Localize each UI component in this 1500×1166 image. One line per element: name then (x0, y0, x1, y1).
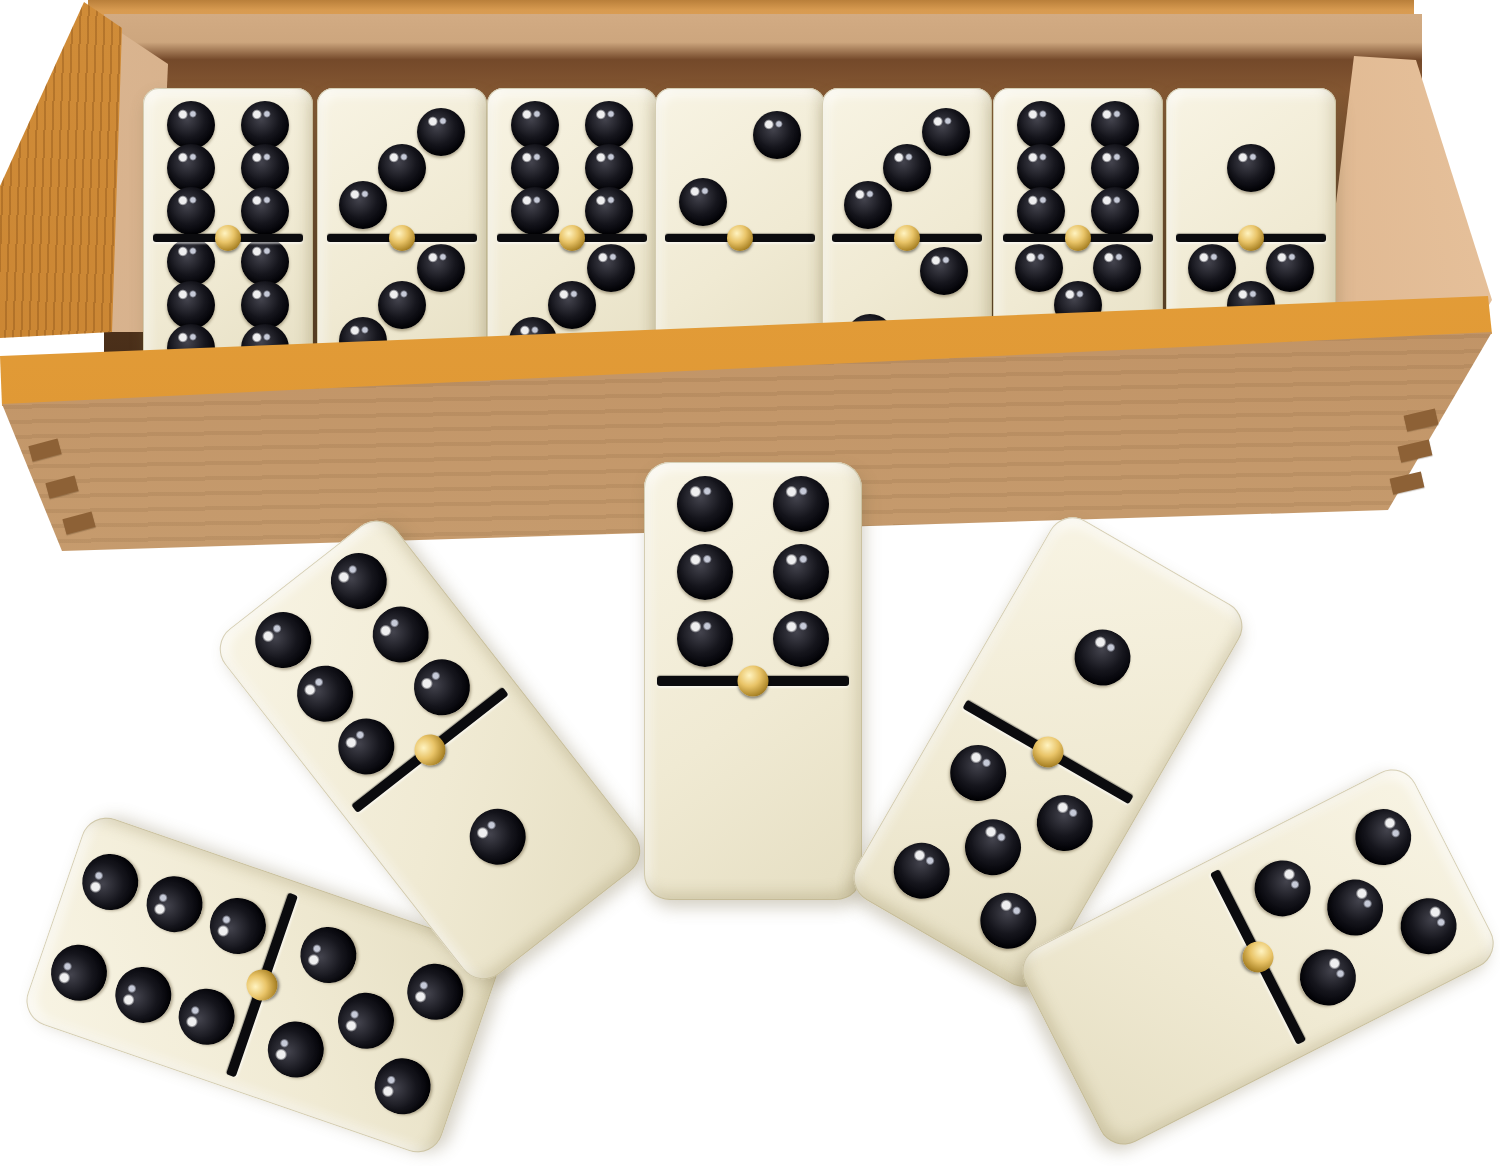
spinner-pin (738, 666, 769, 697)
domino-3-2[interactable] (822, 88, 992, 388)
pip (339, 317, 387, 365)
pip (940, 734, 1016, 810)
domino-2-0[interactable] (655, 88, 825, 388)
pip (1346, 799, 1421, 874)
pip (361, 595, 440, 674)
pip (167, 238, 215, 286)
pip (107, 959, 178, 1030)
pip (1244, 851, 1319, 926)
spinner-pin (559, 225, 585, 251)
pip (241, 187, 289, 235)
pip (167, 324, 215, 372)
pip (1017, 101, 1065, 149)
pip (203, 891, 274, 962)
pip (167, 101, 215, 149)
domino-half-bottom (1166, 238, 1336, 388)
domino-set-photo (0, 0, 1500, 1166)
pip (509, 317, 557, 365)
pip (773, 476, 829, 532)
pip (585, 187, 633, 235)
pip (511, 144, 559, 192)
pip (585, 144, 633, 192)
pip (339, 181, 387, 229)
pip (677, 544, 733, 600)
pip (773, 611, 829, 667)
pip (1093, 244, 1141, 292)
pip (244, 600, 323, 679)
pip (511, 101, 559, 149)
pip (241, 281, 289, 329)
domino-6-0[interactable] (644, 462, 862, 900)
pip (1027, 784, 1103, 860)
pip (1093, 317, 1141, 365)
spinner-pin (1065, 225, 1091, 251)
pip (378, 144, 426, 192)
pip (167, 187, 215, 235)
pip (319, 541, 398, 620)
pip (1015, 244, 1063, 292)
pip (138, 868, 209, 939)
pip (846, 314, 894, 362)
domino-1-5[interactable] (1166, 88, 1336, 388)
box-joint (62, 511, 95, 534)
domino-half-bottom (143, 238, 313, 388)
domino-half-top (644, 462, 862, 681)
pip (922, 108, 970, 156)
pip (548, 281, 596, 329)
pip (1015, 317, 1063, 365)
pip (1054, 281, 1102, 329)
pip (241, 238, 289, 286)
pip (292, 919, 363, 990)
pip (677, 611, 733, 667)
pip (587, 244, 635, 292)
pip (241, 144, 289, 192)
box-joint (28, 438, 61, 461)
pip (955, 809, 1031, 885)
spinner-pin (727, 225, 753, 251)
pip (677, 476, 733, 532)
spinner-pin (1238, 225, 1264, 251)
box-joint (1390, 472, 1425, 495)
domino-half-bottom (822, 238, 992, 388)
pip (43, 937, 114, 1008)
pip (1017, 187, 1065, 235)
pip (1065, 619, 1141, 695)
pip (241, 101, 289, 149)
pip (1091, 187, 1139, 235)
pip (511, 187, 559, 235)
pip (1290, 940, 1365, 1015)
pip (167, 144, 215, 192)
pip (367, 1051, 438, 1122)
domino-half-top (143, 88, 313, 238)
domino-3-3[interactable] (317, 88, 487, 388)
pip (1227, 281, 1275, 329)
pip (1227, 144, 1275, 192)
pip (585, 101, 633, 149)
domino-half-bottom (655, 238, 825, 388)
pip (679, 178, 727, 226)
spinner-pin (894, 225, 920, 251)
pip (883, 833, 959, 909)
domino-half-top (317, 88, 487, 238)
pip (241, 324, 289, 372)
pip (417, 108, 465, 156)
pip (844, 181, 892, 229)
box-joint (1404, 409, 1439, 432)
domino-half-bottom (487, 238, 657, 388)
domino-half-top (822, 88, 992, 238)
pip (330, 985, 401, 1056)
pip (378, 281, 426, 329)
domino-half-bottom (993, 238, 1163, 388)
pip (1318, 870, 1393, 945)
domino-half-top (1166, 88, 1336, 238)
domino-half-top (655, 88, 825, 238)
domino-half-bottom (644, 681, 862, 900)
pip (285, 654, 364, 733)
pip (167, 281, 215, 329)
pip (417, 244, 465, 292)
pip (1091, 101, 1139, 149)
pip (1017, 144, 1065, 192)
spinner-pin (215, 225, 241, 251)
pip (1091, 144, 1139, 192)
pip (1188, 244, 1236, 292)
box-joint (1398, 440, 1433, 463)
domino-half-top (993, 88, 1163, 238)
pip (1266, 244, 1314, 292)
pip (1266, 317, 1314, 365)
pip (753, 111, 801, 159)
domino-half-bottom (317, 238, 487, 388)
pip (1391, 888, 1466, 963)
spinner-pin (389, 225, 415, 251)
pip (171, 981, 242, 1052)
pip (260, 1014, 331, 1085)
pip (1188, 317, 1236, 365)
pip (74, 846, 145, 917)
domino-half-top (487, 88, 657, 238)
domino-6-3[interactable] (487, 88, 657, 388)
pip (883, 144, 931, 192)
pip (920, 247, 968, 295)
box-joint (45, 475, 78, 498)
domino-6-6[interactable] (143, 88, 313, 388)
domino-6-5[interactable] (993, 88, 1163, 388)
pip (773, 544, 829, 600)
pip (458, 797, 537, 876)
